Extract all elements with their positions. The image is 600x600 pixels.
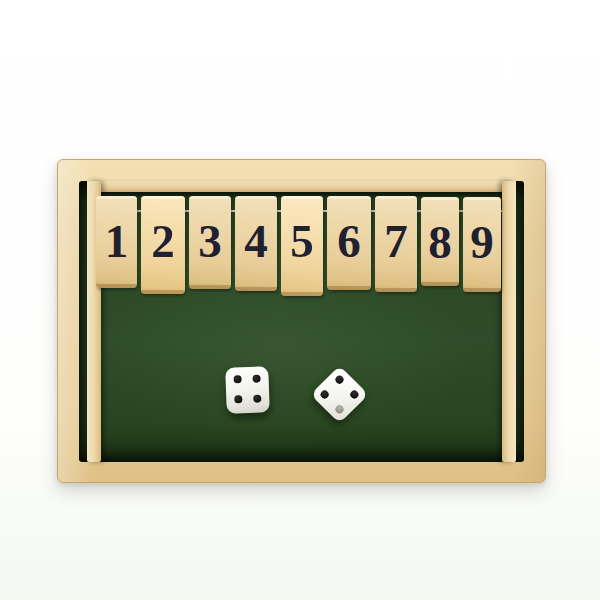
tile-2-number: 2 (141, 216, 185, 266)
tile-7[interactable]: 7 (375, 196, 417, 292)
shut-the-box-board: 1 2 3 4 5 6 7 (57, 159, 546, 483)
tile-8[interactable]: 8 (421, 197, 459, 286)
tile-4[interactable]: 4 (235, 196, 277, 291)
tile-3-number: 3 (189, 216, 231, 266)
tile-9-number: 9 (463, 217, 501, 267)
die-pip (349, 389, 360, 400)
tile-4-number: 4 (235, 216, 277, 266)
die-2-value-4[interactable] (311, 366, 369, 424)
rack-post-right (502, 181, 516, 462)
tile-6-number: 6 (327, 216, 371, 266)
die-pip (334, 374, 345, 385)
tile-9[interactable]: 9 (463, 197, 501, 292)
die-1-value-4[interactable] (225, 366, 270, 413)
tile-2[interactable]: 2 (141, 196, 185, 294)
tile-8-number: 8 (421, 217, 459, 267)
die-pip (334, 404, 345, 415)
die-pip (233, 375, 241, 383)
tile-6[interactable]: 6 (327, 196, 371, 290)
felt-tray: 1 2 3 4 5 6 7 (79, 181, 524, 462)
tile-3[interactable]: 3 (189, 196, 231, 289)
photo-background: 1 2 3 4 5 6 7 (0, 0, 600, 600)
tile-7-number: 7 (375, 216, 417, 266)
tile-5-number: 5 (281, 216, 323, 266)
tile-row: 1 2 3 4 5 6 7 (96, 196, 501, 296)
die-pip (319, 389, 330, 400)
die-pip (252, 375, 260, 383)
tile-1-number: 1 (96, 216, 137, 266)
die-pip (234, 395, 242, 403)
die-pip (253, 395, 261, 403)
tile-rack-top-rail (87, 181, 516, 192)
tile-1[interactable]: 1 (96, 196, 137, 288)
tile-5[interactable]: 5 (281, 196, 323, 296)
